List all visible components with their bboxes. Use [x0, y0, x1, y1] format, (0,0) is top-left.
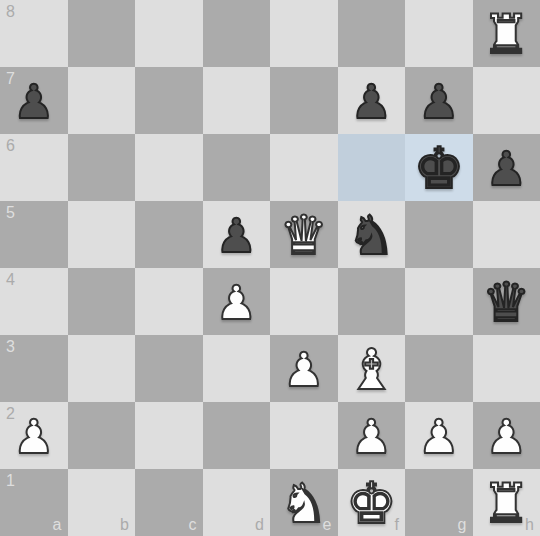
square-h8[interactable]: ♜ [473, 0, 540, 67]
square-c2[interactable] [135, 402, 203, 469]
square-d7[interactable] [203, 67, 271, 134]
square-e1[interactable]: ♞e [270, 469, 338, 536]
square-f2[interactable]: ♟ [338, 402, 406, 469]
square-a3[interactable]: 3 [0, 335, 68, 402]
file-label-b: b [120, 517, 129, 533]
rank-label-8: 8 [6, 4, 15, 20]
rank-label-1: 1 [6, 473, 15, 489]
square-h7[interactable] [473, 67, 540, 134]
square-a6[interactable]: 6 [0, 134, 68, 201]
square-g4[interactable] [405, 268, 473, 335]
piece-white-rook-h1[interactable]: ♜ [482, 477, 530, 531]
square-g3[interactable] [405, 335, 473, 402]
square-e5[interactable]: ♛ [270, 201, 338, 268]
square-f3[interactable]: ♝ [338, 335, 406, 402]
square-h4[interactable]: ♛ [473, 268, 540, 335]
square-a1[interactable]: 1a [0, 469, 68, 536]
square-a7[interactable]: ♟7 [0, 67, 68, 134]
square-h1[interactable]: ♜h [473, 469, 540, 536]
square-d1[interactable]: d [203, 469, 271, 536]
square-f1[interactable]: ♚f [338, 469, 406, 536]
rank-label-3: 3 [6, 339, 15, 355]
square-e6[interactable] [270, 134, 338, 201]
square-a5[interactable]: 5 [0, 201, 68, 268]
square-g6[interactable]: ♚ [405, 134, 473, 201]
square-c4[interactable] [135, 268, 203, 335]
square-g5[interactable] [405, 201, 473, 268]
piece-white-queen-e5[interactable]: ♛ [280, 209, 328, 263]
piece-white-king-f1[interactable]: ♚ [346, 475, 397, 532]
piece-white-pawn-h2[interactable]: ♟ [485, 413, 527, 460]
square-h5[interactable] [473, 201, 540, 268]
square-b8[interactable] [68, 0, 136, 67]
rank-label-6: 6 [6, 138, 15, 154]
piece-white-pawn-a2[interactable]: ♟ [13, 413, 55, 460]
piece-black-queen-h4[interactable]: ♛ [482, 276, 530, 330]
square-f8[interactable] [338, 0, 406, 67]
square-b4[interactable] [68, 268, 136, 335]
piece-white-pawn-e3[interactable]: ♟ [283, 346, 325, 393]
square-c7[interactable] [135, 67, 203, 134]
square-g2[interactable]: ♟ [405, 402, 473, 469]
square-g8[interactable] [405, 0, 473, 67]
piece-white-pawn-f2[interactable]: ♟ [350, 413, 392, 460]
piece-black-pawn-f7[interactable]: ♟ [350, 78, 392, 125]
square-e2[interactable] [270, 402, 338, 469]
square-a4[interactable]: 4 [0, 268, 68, 335]
square-h6[interactable]: ♟ [473, 134, 540, 201]
square-c1[interactable]: c [135, 469, 203, 536]
piece-white-rook-h8[interactable]: ♜ [482, 8, 530, 62]
file-label-a: a [53, 517, 62, 533]
square-e8[interactable] [270, 0, 338, 67]
chess-board: 8♜♟7♟♟6♚♟5♟♛♞4♟♛3♟♝♟2♟♟♟1abcd♞e♚fg♜h [0, 0, 540, 536]
piece-black-knight-f5[interactable]: ♞ [347, 209, 395, 263]
square-f7[interactable]: ♟ [338, 67, 406, 134]
square-b7[interactable] [68, 67, 136, 134]
rank-label-5: 5 [6, 205, 15, 221]
square-b3[interactable] [68, 335, 136, 402]
piece-black-pawn-h6[interactable]: ♟ [485, 145, 527, 192]
piece-white-pawn-d4[interactable]: ♟ [215, 279, 257, 326]
square-f4[interactable] [338, 268, 406, 335]
rank-label-4: 4 [6, 272, 15, 288]
square-e4[interactable] [270, 268, 338, 335]
square-d4[interactable]: ♟ [203, 268, 271, 335]
square-a2[interactable]: ♟2 [0, 402, 68, 469]
square-c5[interactable] [135, 201, 203, 268]
square-d5[interactable]: ♟ [203, 201, 271, 268]
square-f5[interactable]: ♞ [338, 201, 406, 268]
square-h3[interactable] [473, 335, 540, 402]
piece-black-king-g6[interactable]: ♚ [413, 140, 464, 197]
square-e3[interactable]: ♟ [270, 335, 338, 402]
square-g7[interactable]: ♟ [405, 67, 473, 134]
square-c8[interactable] [135, 0, 203, 67]
square-c6[interactable] [135, 134, 203, 201]
square-h2[interactable]: ♟ [473, 402, 540, 469]
square-f6[interactable] [338, 134, 406, 201]
square-d6[interactable] [203, 134, 271, 201]
square-b2[interactable] [68, 402, 136, 469]
file-label-g: g [458, 517, 467, 533]
piece-white-pawn-g2[interactable]: ♟ [418, 413, 460, 460]
square-d8[interactable] [203, 0, 271, 67]
square-g1[interactable]: g [405, 469, 473, 536]
piece-black-pawn-d5[interactable]: ♟ [215, 212, 257, 259]
square-d3[interactable] [203, 335, 271, 402]
square-d2[interactable] [203, 402, 271, 469]
piece-black-pawn-g7[interactable]: ♟ [418, 78, 460, 125]
chess-app: 8♜♟7♟♟6♚♟5♟♛♞4♟♛3♟♝♟2♟♟♟1abcd♞e♚fg♜h [0, 0, 540, 536]
piece-black-pawn-a7[interactable]: ♟ [13, 78, 55, 125]
square-a8[interactable]: 8 [0, 0, 68, 67]
piece-white-bishop-f3[interactable]: ♝ [346, 342, 396, 398]
square-e7[interactable] [270, 67, 338, 134]
file-label-c: c [189, 517, 197, 533]
piece-white-knight-e1[interactable]: ♞ [280, 477, 328, 531]
square-b1[interactable]: b [68, 469, 136, 536]
square-c3[interactable] [135, 335, 203, 402]
file-label-d: d [255, 517, 264, 533]
square-b6[interactable] [68, 134, 136, 201]
square-b5[interactable] [68, 201, 136, 268]
